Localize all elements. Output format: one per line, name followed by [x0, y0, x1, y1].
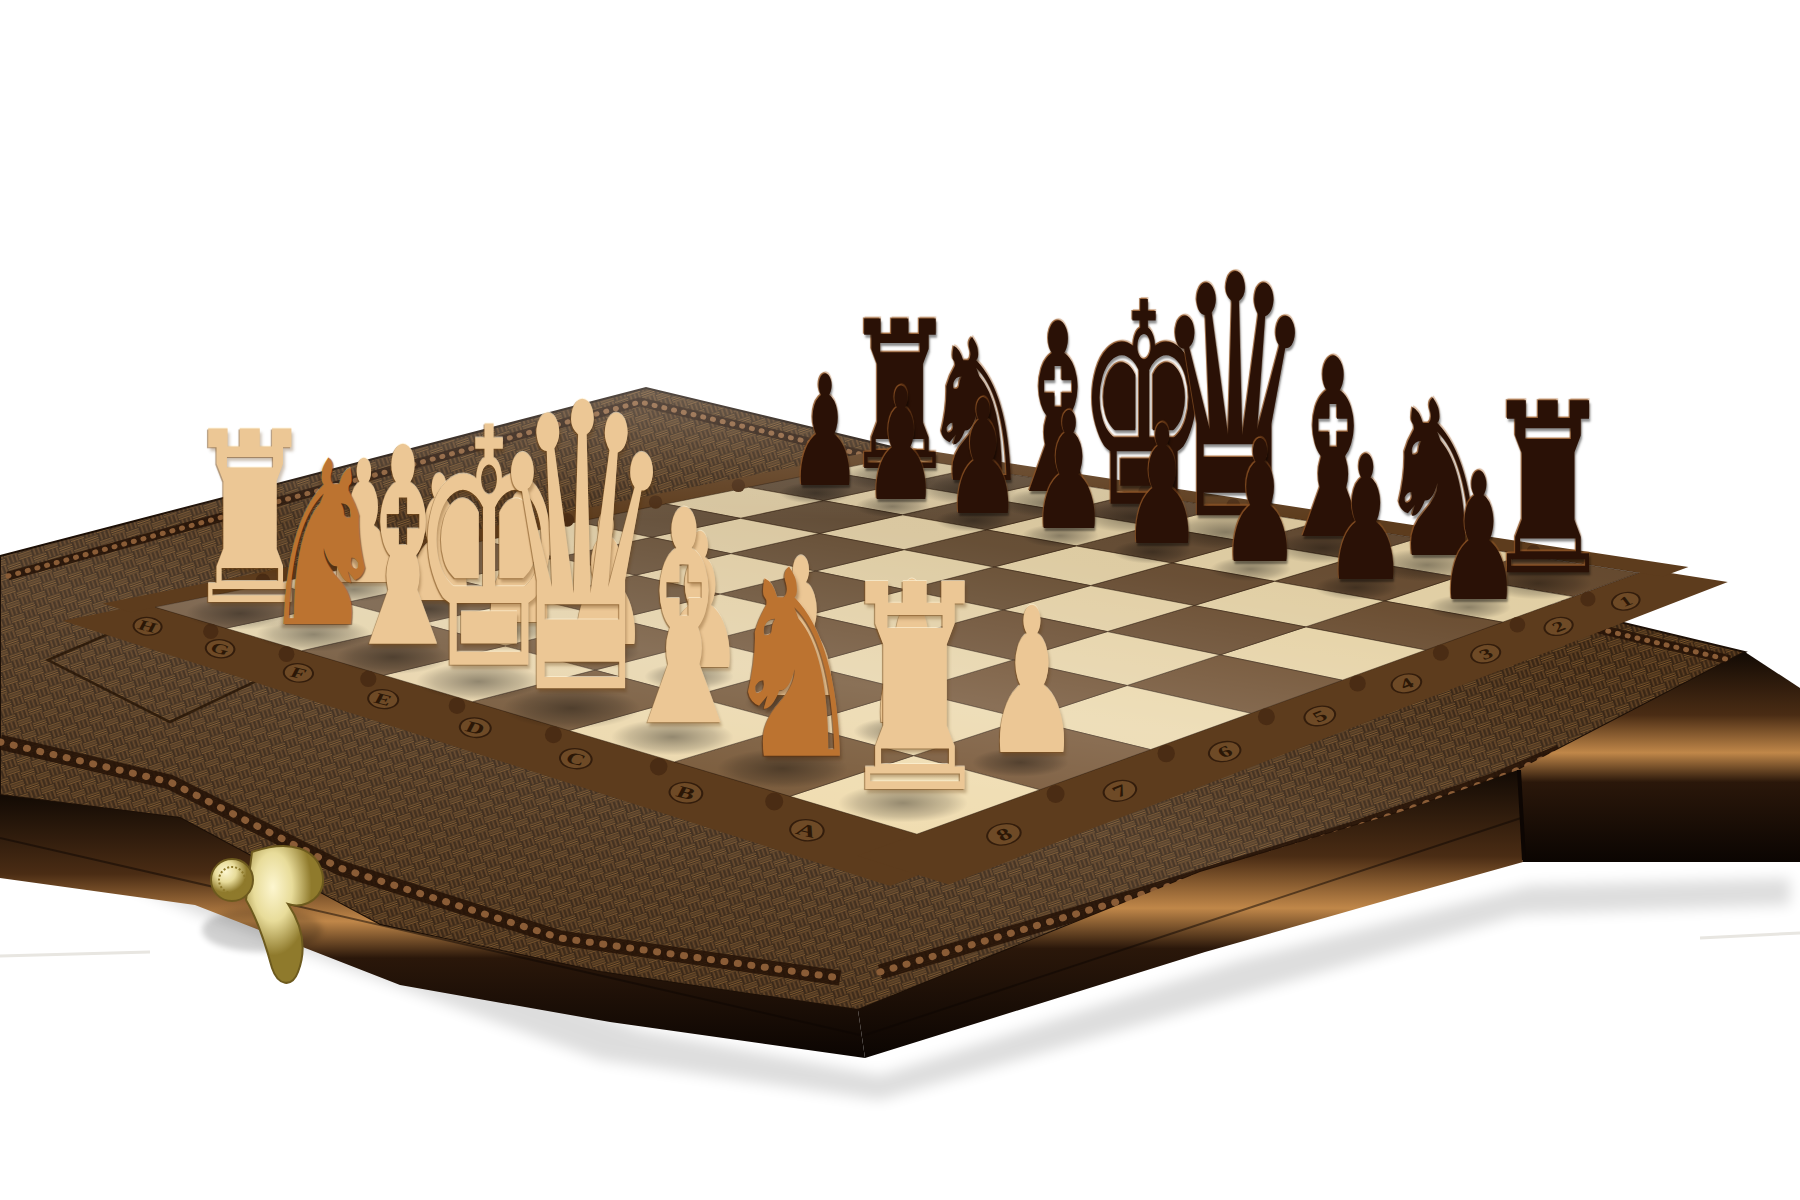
piece-dark-pawn-f2[interactable]: ♟ — [945, 379, 1020, 538]
piece-dark-pawn-e2[interactable]: ♟ — [1031, 391, 1108, 553]
piece-dark-pawn-g2[interactable]: ♟ — [864, 368, 938, 524]
piece-light-pawn-a7[interactable]: ♟ — [984, 583, 1080, 785]
piece-dark-pawn-d2[interactable]: ♟ — [1122, 405, 1201, 570]
piece-light-rook-a8[interactable]: ♜ — [836, 549, 994, 834]
piece-dark-pawn-c2[interactable]: ♟ — [1220, 419, 1300, 588]
scene: A B C D E F G H 8 7 6 5 4 3 2 1 ♜♞♟♝♟♚♟♛… — [0, 0, 1800, 1200]
piece-dark-pawn-h2[interactable]: ♟ — [788, 357, 861, 510]
piece-dark-pawn-a2[interactable]: ♟ — [1437, 450, 1521, 626]
piece-dark-pawn-b2[interactable]: ♟ — [1325, 434, 1407, 606]
